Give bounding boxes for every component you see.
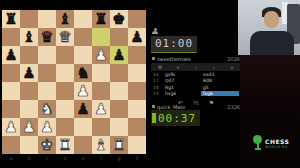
black-move[interactable]: fxg6 [201, 91, 239, 96]
online-status-icon [152, 57, 155, 60]
file-label-a: a [2, 155, 20, 162]
square-c5[interactable] [38, 64, 56, 82]
black-n-piece[interactable]: ♞ [74, 64, 92, 82]
square-f3[interactable]: ♟ [92, 100, 110, 118]
white-p-piece[interactable]: ♟ [20, 118, 38, 136]
black-p-piece[interactable]: ♟ [2, 46, 20, 64]
move-number: 17 [151, 78, 163, 83]
square-a1[interactable] [2, 136, 20, 154]
square-b6[interactable] [20, 46, 38, 64]
square-a3[interactable] [2, 100, 20, 118]
move-number: 18 [151, 85, 163, 90]
square-h7[interactable]: ♟ [128, 28, 146, 46]
file-label-h: h [128, 155, 146, 162]
square-f2[interactable] [92, 118, 110, 136]
move-number: 16 [151, 72, 163, 77]
first-move-icon[interactable]: « [169, 63, 187, 71]
white-p-piece[interactable]: ♟ [38, 118, 56, 136]
square-h3[interactable] [128, 100, 146, 118]
square-a7[interactable] [2, 28, 20, 46]
streamer-name: quick_Mate [157, 104, 227, 110]
black-r-piece[interactable]: ♜ [2, 10, 20, 28]
square-d1[interactable]: ♜ [56, 136, 74, 154]
square-b7[interactable]: ♝ [20, 28, 38, 46]
file-label-f: f [92, 155, 110, 162]
next-move-icon[interactable]: › [205, 63, 223, 71]
black-p-piece[interactable]: ♟ [128, 28, 146, 46]
black-p-piece[interactable]: ♟ [20, 64, 38, 82]
file-label-c: c [38, 155, 56, 162]
player-person-icon [152, 28, 158, 34]
black-k-piece[interactable]: ♚ [110, 10, 128, 28]
move-row: 17Qd7Bd8 [151, 78, 241, 85]
black-move[interactable]: Bd8 [201, 78, 239, 83]
square-e3[interactable]: ♟ [74, 100, 92, 118]
square-g3[interactable] [110, 100, 128, 118]
move-row: 18Rg1g5 [151, 84, 241, 91]
square-a8[interactable]: ♜ [2, 10, 20, 28]
file-label-b: b [20, 155, 38, 162]
square-c4[interactable] [38, 82, 56, 100]
square-e7[interactable] [74, 28, 92, 46]
square-h8[interactable] [128, 10, 146, 28]
square-d5[interactable] [56, 64, 74, 82]
square-e6[interactable] [74, 46, 92, 64]
square-d6[interactable] [56, 46, 74, 64]
black-b-piece[interactable]: ♝ [56, 10, 74, 28]
tree-logo-icon [252, 135, 263, 151]
opponent-player-row[interactable]: sweethemate 2026 [151, 55, 241, 62]
black-p-piece[interactable]: ♟ [74, 100, 92, 118]
webcam-feed [238, 0, 300, 55]
streamer-rating: 2326 [227, 104, 241, 110]
square-c7[interactable]: ♛ [38, 28, 56, 46]
square-d2[interactable] [56, 118, 74, 136]
square-b8[interactable] [20, 10, 38, 28]
white-move[interactable]: Qd7 [163, 78, 201, 83]
square-d4[interactable] [56, 82, 74, 100]
white-n-piece[interactable]: ♞ [38, 100, 56, 118]
chess-board[interactable]: ♜♝♜♚♝♛♛♟♟♟♟♟♞♟♞♟♟♟♟♟♚♜♝♜ [2, 10, 146, 154]
square-c2[interactable]: ♟ [38, 118, 56, 136]
square-d7[interactable]: ♛ [56, 28, 74, 46]
logo-subtitle: WORLD.RU [265, 145, 289, 149]
black-move[interactable]: exd3 [201, 72, 239, 77]
game-panel: 01:00 sweethemate 2026 ⚙«‹›» 16gxf6exd31… [150, 28, 242, 128]
square-b1[interactable] [20, 136, 38, 154]
square-h6[interactable] [128, 46, 146, 64]
settings-gear-icon[interactable]: ⚙ [151, 63, 169, 71]
white-move[interactable]: hxg6 [163, 91, 201, 96]
black-move[interactable]: g5 [201, 85, 239, 90]
square-a4[interactable] [2, 82, 20, 100]
prev-move-icon[interactable]: ‹ [187, 63, 205, 71]
square-g8[interactable]: ♚ [110, 10, 128, 28]
white-q-piece[interactable]: ♛ [56, 28, 74, 46]
streamer-clock: 00:37 [151, 110, 200, 126]
white-r-piece[interactable]: ♜ [110, 136, 128, 154]
square-e4[interactable]: ♟ [74, 82, 92, 100]
square-a2[interactable]: ♟ [2, 118, 20, 136]
white-move[interactable]: Rg1 [163, 85, 201, 90]
white-k-piece[interactable]: ♚ [38, 136, 56, 154]
square-c6[interactable] [38, 46, 56, 64]
square-b5[interactable]: ♟ [20, 64, 38, 82]
file-label-g: g [110, 155, 128, 162]
move-number: 19 [151, 91, 163, 96]
square-b4[interactable] [20, 82, 38, 100]
square-g4[interactable] [110, 82, 128, 100]
square-d3[interactable] [56, 100, 74, 118]
white-p-piece[interactable]: ♟ [92, 46, 110, 64]
square-f4[interactable] [92, 82, 110, 100]
move-list[interactable]: 16gxf6exd317Qd7Bd818Rg1g519hxg6fxg6 [151, 71, 241, 97]
square-g5[interactable] [110, 64, 128, 82]
opponent-rating: 2026 [227, 56, 241, 62]
white-p-piece[interactable]: ♟ [92, 100, 110, 118]
square-f6[interactable]: ♟ [92, 46, 110, 64]
square-h1[interactable] [128, 136, 146, 154]
square-h2[interactable] [128, 118, 146, 136]
streamer-shirt [250, 31, 294, 55]
opponent-clock: 01:00 [151, 36, 197, 53]
white-p-piece[interactable]: ♟ [2, 118, 20, 136]
black-r-piece[interactable]: ♜ [92, 10, 110, 28]
square-e2[interactable] [74, 118, 92, 136]
white-r-piece[interactable]: ♜ [56, 136, 74, 154]
white-p-piece[interactable]: ♟ [74, 82, 92, 100]
black-b-piece[interactable]: ♝ [20, 28, 38, 46]
square-a6[interactable]: ♟ [2, 46, 20, 64]
square-f1[interactable]: ♝ [92, 136, 110, 154]
last-move-icon[interactable]: » [223, 63, 241, 71]
square-e8[interactable] [74, 10, 92, 28]
square-d8[interactable]: ♝ [56, 10, 74, 28]
square-e1[interactable] [74, 136, 92, 154]
square-g7[interactable] [110, 28, 128, 46]
square-a5[interactable] [2, 64, 20, 82]
square-b2[interactable]: ♟ [20, 118, 38, 136]
black-q-piece[interactable]: ♛ [38, 28, 56, 46]
white-move[interactable]: gxf6 [163, 72, 201, 77]
streamer-player-row[interactable]: quick_Mate 2326 [151, 103, 241, 110]
square-c8[interactable] [38, 10, 56, 28]
move-row: 19hxg6fxg6 [151, 91, 241, 98]
square-g1[interactable]: ♜ [110, 136, 128, 154]
square-g6[interactable]: ♟ [110, 46, 128, 64]
active-turn-indicator [152, 113, 156, 123]
square-h4[interactable] [128, 82, 146, 100]
file-coordinates: abcdefgh [2, 155, 146, 162]
square-c1[interactable]: ♚ [38, 136, 56, 154]
move-nav-bar[interactable]: ⚙«‹›» [151, 63, 241, 71]
square-h5[interactable] [128, 64, 146, 82]
square-f7[interactable] [92, 28, 110, 46]
square-b3[interactable] [20, 100, 38, 118]
black-p-piece[interactable]: ♟ [110, 46, 128, 64]
square-e5[interactable]: ♞ [74, 64, 92, 82]
online-status-icon [152, 105, 155, 108]
file-label-e: e [74, 155, 92, 162]
file-label-d: d [56, 155, 74, 162]
square-f8[interactable]: ♜ [92, 10, 110, 28]
square-f5[interactable] [92, 64, 110, 82]
streamer-face [264, 11, 279, 28]
opponent-name: sweethemate [157, 56, 227, 62]
square-g2[interactable] [110, 118, 128, 136]
square-c3[interactable]: ♞ [38, 100, 56, 118]
channel-logo: CHESS WORLD.RU [252, 130, 298, 156]
white-b-piece[interactable]: ♝ [92, 136, 110, 154]
move-row: 16gxf6exd3 [151, 71, 241, 78]
logo-title: CHESS [265, 138, 289, 145]
